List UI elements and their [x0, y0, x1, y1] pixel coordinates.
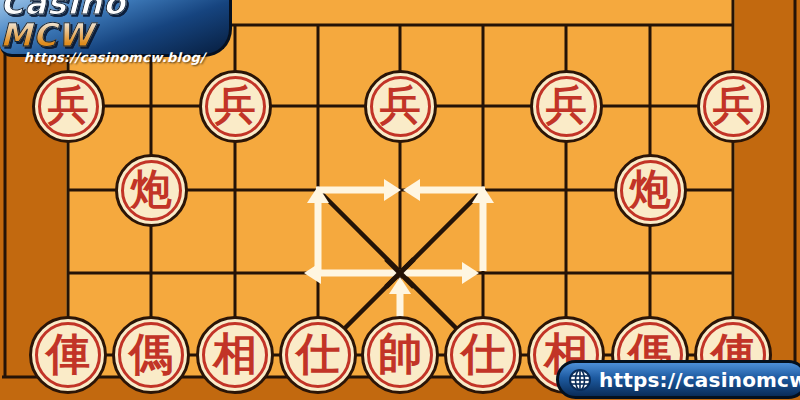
piece-glyph: 兵: [546, 85, 587, 126]
piece-glyph: 兵: [380, 85, 421, 126]
piece-glyph: 炮: [630, 169, 671, 210]
piece-red-elephant-f2r0[interactable]: 相: [196, 316, 274, 394]
piece-red-general-f4r0[interactable]: 帥: [361, 316, 439, 394]
site-url-badge[interactable]: https://casinomcw.blog/: [556, 360, 800, 399]
piece-glyph: 傌: [129, 332, 173, 376]
piece-red-soldier-f0r3[interactable]: 兵: [32, 70, 105, 143]
piece-glyph: 仕: [461, 332, 505, 376]
piece-glyph: 帥: [378, 332, 422, 376]
piece-glyph: 兵: [713, 85, 754, 126]
piece-glyph: 兵: [215, 85, 256, 126]
piece-glyph: 俥: [46, 332, 90, 376]
piece-red-cannon-f1r2[interactable]: 炮: [115, 154, 188, 227]
piece-red-soldier-f4r3[interactable]: 兵: [364, 70, 437, 143]
screenshot-stage: 兵兵兵兵兵炮炮俥傌相仕帥仕相傌俥 Casino MCW https://casi…: [0, 0, 800, 400]
piece-red-soldier-f2r3[interactable]: 兵: [199, 70, 272, 143]
site-url-text: https://casinomcw.blog/: [599, 368, 800, 392]
piece-red-advisor-f5r0[interactable]: 仕: [444, 316, 522, 394]
piece-glyph: 仕: [296, 332, 340, 376]
site-logo[interactable]: Casino MCW https://casinomcw.blog/: [0, 0, 232, 57]
site-logo-title: Casino MCW: [0, 0, 229, 51]
piece-red-advisor-f3r0[interactable]: 仕: [279, 316, 357, 394]
piece-red-chariot-f0r0[interactable]: 俥: [29, 316, 107, 394]
piece-red-cannon-f7r2[interactable]: 炮: [614, 154, 687, 227]
piece-glyph: 相: [213, 332, 257, 376]
piece-glyph: 兵: [48, 85, 89, 126]
piece-glyph: 炮: [131, 169, 172, 210]
globe-icon: [568, 368, 592, 392]
piece-red-soldier-f6r3[interactable]: 兵: [530, 70, 603, 143]
piece-red-horse-f1r0[interactable]: 傌: [112, 316, 190, 394]
piece-red-soldier-f8r3[interactable]: 兵: [697, 70, 770, 143]
